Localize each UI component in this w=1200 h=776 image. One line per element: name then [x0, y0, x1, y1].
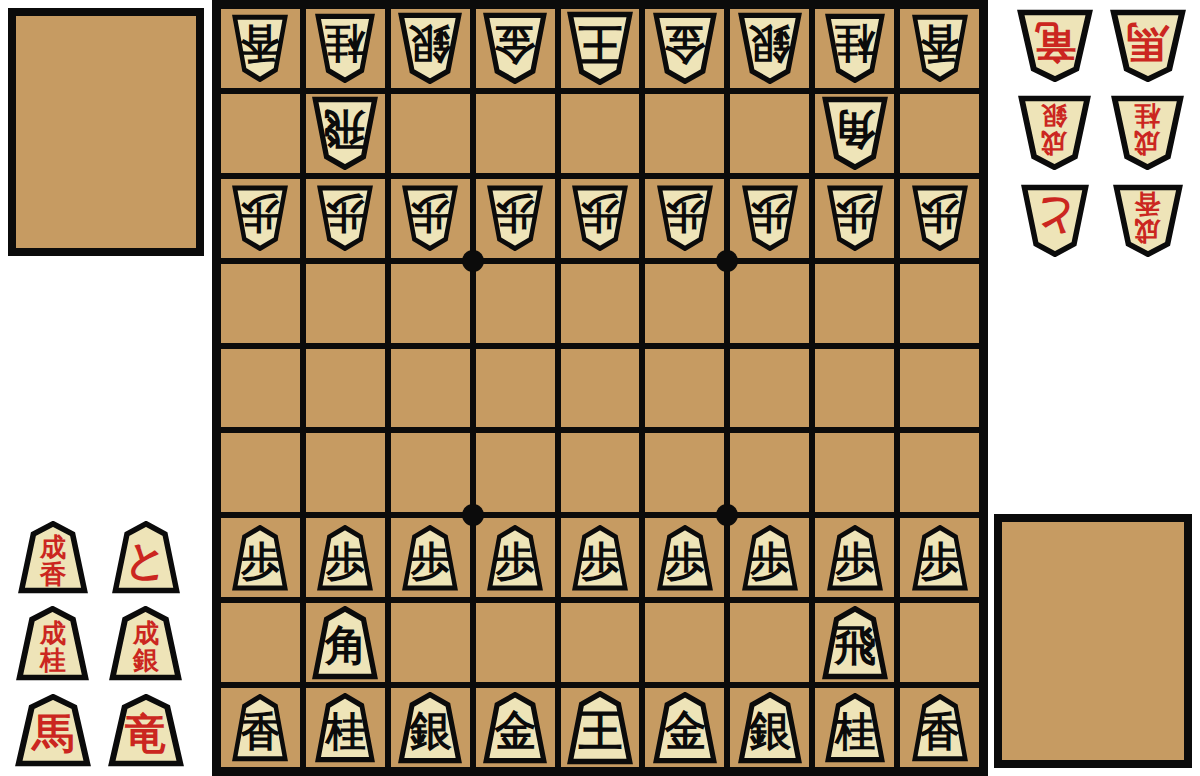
piece-pawn-sente[interactable]: 歩 [317, 525, 373, 591]
piece-kanji-label: 銀 [749, 710, 790, 752]
piece-knight-sente[interactable]: 桂 [315, 693, 375, 763]
square-6h[interactable] [476, 603, 555, 682]
square-9d[interactable] [221, 264, 300, 343]
piece-dragon-sente[interactable]: 竜 [108, 694, 184, 767]
square-6b[interactable] [476, 94, 555, 173]
square-1e[interactable] [900, 349, 979, 428]
piece-kanji-label: 香 [241, 711, 280, 751]
square-3c[interactable]: 歩 [730, 179, 809, 258]
piece-promoted-knight-gote[interactable]: 成桂 [1111, 95, 1184, 170]
star-point [716, 250, 738, 272]
square-4g[interactable]: 歩 [645, 518, 724, 597]
piece-pawn-sente[interactable]: 歩 [742, 525, 798, 591]
piece-promoted-silver-sente[interactable]: 成銀 [109, 606, 182, 681]
piece-pawn-gote[interactable]: 歩 [317, 185, 373, 251]
square-9b[interactable] [221, 94, 300, 173]
piece-kanji-label: 歩 [665, 541, 704, 581]
square-1f[interactable] [900, 433, 979, 512]
shogi-diagram: 香桂銀金王金銀桂香飛角歩歩歩歩歩歩歩歩歩歩歩歩歩歩歩歩歩歩角飛香桂銀金王金銀桂香… [0, 0, 1200, 776]
square-2d[interactable] [815, 264, 894, 343]
square-7g[interactable]: 歩 [391, 518, 470, 597]
square-3a[interactable]: 銀 [730, 9, 809, 88]
square-2i[interactable]: 桂 [815, 688, 894, 767]
piece-tokin-sente[interactable]: と [112, 521, 180, 594]
piece-pawn-sente[interactable]: 歩 [572, 525, 628, 591]
piece-kanji-label: 飛 [325, 109, 366, 151]
piece-gold-gote[interactable]: 金 [653, 12, 717, 84]
piece-pawn-sente[interactable]: 歩 [827, 525, 883, 591]
piece-kanji-label: 竜 [1034, 21, 1075, 63]
piece-kanji-label: 王 [578, 709, 621, 753]
square-2h[interactable]: 飛 [815, 603, 894, 682]
square-6f[interactable] [476, 433, 555, 512]
piece-kanji-label: 歩 [241, 541, 280, 581]
piece-kanji-label: 成桂 [40, 620, 65, 674]
square-4f[interactable] [645, 433, 724, 512]
piece-kanji-label: 成香 [1135, 190, 1160, 244]
piece-kanji-label: 歩 [496, 541, 535, 581]
square-6a[interactable]: 金 [476, 9, 555, 88]
piece-kanji-label: 金 [495, 710, 536, 752]
square-9f[interactable] [221, 433, 300, 512]
square-9g[interactable]: 歩 [221, 518, 300, 597]
piece-kanji-label: 歩 [920, 541, 959, 581]
square-3h[interactable] [730, 603, 809, 682]
square-7b[interactable] [391, 94, 470, 173]
square-1i[interactable]: 香 [900, 688, 979, 767]
piece-king-sente[interactable]: 王 [567, 691, 633, 765]
square-8d[interactable] [306, 264, 385, 343]
piece-pawn-gote[interactable]: 歩 [827, 185, 883, 251]
piece-horse-gote[interactable]: 馬 [1110, 9, 1186, 82]
piece-promoted-lance-sente[interactable]: 成香 [18, 521, 88, 594]
piece-lance-gote[interactable]: 香 [232, 14, 288, 82]
piece-pawn-gote[interactable]: 歩 [232, 185, 288, 251]
piece-rook-gote[interactable]: 飛 [312, 96, 378, 170]
piece-kanji-label: 香 [920, 25, 959, 65]
square-1h[interactable] [900, 603, 979, 682]
square-5i[interactable]: 王 [561, 688, 640, 767]
square-2c[interactable]: 歩 [815, 179, 894, 258]
piece-tokin-gote[interactable]: と [1021, 184, 1089, 257]
square-1d[interactable] [900, 264, 979, 343]
piece-silver-gote[interactable]: 銀 [738, 12, 802, 84]
piece-kanji-label: 成桂 [1135, 102, 1160, 156]
piece-kanji-label: 銀 [410, 24, 451, 66]
piece-kanji-label: 王 [578, 23, 621, 67]
piece-kanji-label: 馬 [32, 713, 73, 755]
piece-kanji-label: と [1034, 196, 1076, 238]
piece-kanji-label: 歩 [835, 541, 874, 581]
piece-kanji-label: 歩 [411, 195, 450, 235]
piece-kanji-label: 歩 [835, 195, 874, 235]
piece-kanji-label: 歩 [750, 541, 789, 581]
piece-kanji-label: 銀 [749, 24, 790, 66]
piece-silver-sente[interactable]: 銀 [398, 692, 462, 764]
square-3i[interactable]: 銀 [730, 688, 809, 767]
square-1a[interactable]: 香 [900, 9, 979, 88]
piece-promoted-lance-gote[interactable]: 成香 [1113, 184, 1183, 257]
square-2a[interactable]: 桂 [815, 9, 894, 88]
piece-kanji-label: 歩 [496, 195, 535, 235]
square-7e[interactable] [391, 349, 470, 428]
square-9c[interactable]: 歩 [221, 179, 300, 258]
piece-kanji-label: 角 [834, 109, 875, 151]
piece-kanji-label: 成香 [40, 534, 65, 588]
piece-kanji-label: 歩 [920, 195, 959, 235]
square-8i[interactable]: 桂 [306, 688, 385, 767]
shogi-board: 香桂銀金王金銀桂香飛角歩歩歩歩歩歩歩歩歩歩歩歩歩歩歩歩歩歩角飛香桂銀金王金銀桂香 [212, 0, 988, 776]
piece-kanji-label: 桂 [835, 711, 874, 751]
piece-pawn-gote[interactable]: 歩 [742, 185, 798, 251]
piece-pawn-gote[interactable]: 歩 [402, 185, 458, 251]
square-6i[interactable]: 金 [476, 688, 555, 767]
komadai-top-left [8, 8, 204, 256]
square-8h[interactable]: 角 [306, 603, 385, 682]
piece-kanji-label: 角 [325, 625, 366, 667]
square-7d[interactable] [391, 264, 470, 343]
square-4d[interactable] [645, 264, 724, 343]
star-point [716, 504, 738, 526]
square-5g[interactable]: 歩 [561, 518, 640, 597]
square-3f[interactable] [730, 433, 809, 512]
piece-kanji-label: 歩 [580, 195, 619, 235]
piece-kanji-label: 香 [920, 711, 959, 751]
piece-pawn-sente[interactable]: 歩 [402, 525, 458, 591]
piece-pawn-sente[interactable]: 歩 [657, 525, 713, 591]
piece-lance-sente[interactable]: 香 [912, 694, 968, 762]
square-3e[interactable] [730, 349, 809, 428]
square-9h[interactable] [221, 603, 300, 682]
piece-promoted-knight-sente[interactable]: 成桂 [16, 606, 89, 681]
square-6g[interactable]: 歩 [476, 518, 555, 597]
square-1c[interactable]: 歩 [900, 179, 979, 258]
piece-kanji-label: 桂 [835, 25, 874, 65]
square-4a[interactable]: 金 [645, 9, 724, 88]
piece-kanji-label: 歩 [326, 541, 365, 581]
piece-rook-sente[interactable]: 飛 [822, 606, 888, 680]
piece-lance-gote[interactable]: 香 [912, 14, 968, 82]
piece-knight-gote[interactable]: 桂 [825, 13, 885, 83]
piece-silver-gote[interactable]: 銀 [398, 12, 462, 84]
square-8e[interactable] [306, 349, 385, 428]
piece-kanji-label: 歩 [411, 541, 450, 581]
piece-kanji-label: 馬 [1127, 21, 1168, 63]
square-9i[interactable]: 香 [221, 688, 300, 767]
square-5a[interactable]: 王 [561, 9, 640, 88]
piece-kanji-label: 成銀 [133, 620, 158, 674]
piece-kanji-label: 歩 [665, 195, 704, 235]
piece-kanji-label: 金 [495, 24, 536, 66]
square-2b[interactable]: 角 [815, 94, 894, 173]
square-5e[interactable] [561, 349, 640, 428]
piece-kanji-label: 桂 [326, 711, 365, 751]
piece-gold-sente[interactable]: 金 [483, 692, 547, 764]
piece-pawn-sente[interactable]: 歩 [232, 525, 288, 591]
square-9a[interactable]: 香 [221, 9, 300, 88]
piece-pawn-gote[interactable]: 歩 [912, 185, 968, 251]
square-7h[interactable] [391, 603, 470, 682]
piece-kanji-label: 成銀 [1042, 102, 1067, 156]
star-point [462, 504, 484, 526]
square-5f[interactable] [561, 433, 640, 512]
square-3b[interactable] [730, 94, 809, 173]
piece-gold-gote[interactable]: 金 [483, 12, 547, 84]
piece-kanji-label: 飛 [834, 625, 875, 667]
square-4c[interactable]: 歩 [645, 179, 724, 258]
piece-pawn-gote[interactable]: 歩 [572, 185, 628, 251]
piece-knight-gote[interactable]: 桂 [315, 13, 375, 83]
square-3g[interactable]: 歩 [730, 518, 809, 597]
square-6c[interactable]: 歩 [476, 179, 555, 258]
piece-dragon-gote[interactable]: 竜 [1017, 9, 1093, 82]
piece-bishop-gote[interactable]: 角 [822, 96, 888, 170]
square-4i[interactable]: 金 [645, 688, 724, 767]
piece-kanji-label: 桂 [326, 25, 365, 65]
square-5h[interactable] [561, 603, 640, 682]
piece-bishop-sente[interactable]: 角 [312, 606, 378, 680]
piece-silver-sente[interactable]: 銀 [738, 692, 802, 764]
square-2f[interactable] [815, 433, 894, 512]
piece-promoted-silver-gote[interactable]: 成銀 [1018, 95, 1091, 170]
piece-kanji-label: と [125, 540, 167, 582]
piece-pawn-gote[interactable]: 歩 [487, 185, 543, 251]
square-4b[interactable] [645, 94, 724, 173]
square-6d[interactable] [476, 264, 555, 343]
piece-king-gote[interactable]: 王 [567, 11, 633, 85]
square-2g[interactable]: 歩 [815, 518, 894, 597]
square-7c[interactable]: 歩 [391, 179, 470, 258]
square-7a[interactable]: 銀 [391, 9, 470, 88]
piece-kanji-label: 歩 [326, 195, 365, 235]
square-5b[interactable] [561, 94, 640, 173]
square-6e[interactable] [476, 349, 555, 428]
square-5d[interactable] [561, 264, 640, 343]
piece-kanji-label: 香 [241, 25, 280, 65]
square-2e[interactable] [815, 349, 894, 428]
square-8f[interactable] [306, 433, 385, 512]
piece-horse-sente[interactable]: 馬 [15, 694, 91, 767]
square-4e[interactable] [645, 349, 724, 428]
square-3d[interactable] [730, 264, 809, 343]
piece-kanji-label: 金 [664, 710, 705, 752]
square-7i[interactable]: 銀 [391, 688, 470, 767]
piece-pawn-sente[interactable]: 歩 [912, 525, 968, 591]
star-point [462, 250, 484, 272]
square-8g[interactable]: 歩 [306, 518, 385, 597]
piece-knight-sente[interactable]: 桂 [825, 693, 885, 763]
piece-kanji-label: 金 [664, 24, 705, 66]
square-9e[interactable] [221, 349, 300, 428]
square-4h[interactable] [645, 603, 724, 682]
square-1b[interactable] [900, 94, 979, 173]
piece-kanji-label: 歩 [580, 541, 619, 581]
piece-pawn-gote[interactable]: 歩 [657, 185, 713, 251]
square-8b[interactable]: 飛 [306, 94, 385, 173]
gote-promoted-pieces-tray: 竜馬成銀成桂と成香 [1008, 2, 1194, 264]
piece-gold-sente[interactable]: 金 [653, 692, 717, 764]
piece-kanji-label: 歩 [750, 195, 789, 235]
square-7f[interactable] [391, 433, 470, 512]
square-5c[interactable]: 歩 [561, 179, 640, 258]
komadai-bottom-right [994, 514, 1192, 768]
sente-promoted-pieces-tray: 成香と成桂成銀馬竜 [6, 514, 192, 774]
square-8a[interactable]: 桂 [306, 9, 385, 88]
piece-lance-sente[interactable]: 香 [232, 694, 288, 762]
piece-kanji-label: 銀 [410, 710, 451, 752]
square-1g[interactable]: 歩 [900, 518, 979, 597]
square-8c[interactable]: 歩 [306, 179, 385, 258]
piece-pawn-sente[interactable]: 歩 [487, 525, 543, 591]
piece-kanji-label: 歩 [241, 195, 280, 235]
piece-kanji-label: 竜 [125, 713, 166, 755]
